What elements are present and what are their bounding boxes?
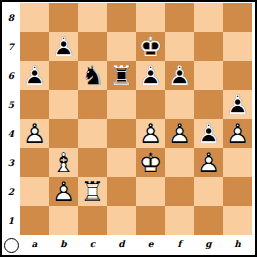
square-d2[interactable] [107, 177, 136, 206]
file-label-e: e [136, 236, 165, 253]
square-e8[interactable] [136, 3, 165, 32]
square-e3[interactable]: ♚♔ [136, 148, 165, 177]
square-h2[interactable] [223, 177, 252, 206]
square-e6[interactable]: ♟♙ [136, 61, 165, 90]
black-rook: ♜♖ [107, 61, 136, 90]
square-g7[interactable] [194, 32, 223, 61]
square-b7[interactable]: ♟♙ [49, 32, 78, 61]
square-e4[interactable]: ♟♙ [136, 119, 165, 148]
square-b1[interactable] [49, 206, 78, 235]
black-pawn: ♟♙ [165, 61, 194, 90]
square-a8[interactable] [20, 3, 49, 32]
rank-label-2: 2 [2, 177, 20, 206]
file-label-f: f [165, 236, 194, 253]
black-pawn: ♟♙ [223, 90, 252, 119]
square-c4[interactable] [78, 119, 107, 148]
square-f6[interactable]: ♟♙ [165, 61, 194, 90]
square-d1[interactable] [107, 206, 136, 235]
square-c5[interactable] [78, 90, 107, 119]
square-a4[interactable]: ♟♙ [20, 119, 49, 148]
square-d3[interactable] [107, 148, 136, 177]
square-g1[interactable] [194, 206, 223, 235]
square-f1[interactable] [165, 206, 194, 235]
white-to-move-indicator [4, 238, 19, 253]
rank-label-1: 1 [2, 206, 20, 235]
square-e5[interactable] [136, 90, 165, 119]
chess-board: ♟♙♚♔♟♙♞♘♜♖♟♙♟♙♟♙♟♙♟♙♟♙♟♙♟♙♝♗♚♔♟♙♟♙♜♖ [20, 3, 252, 235]
square-c3[interactable] [78, 148, 107, 177]
square-h3[interactable] [223, 148, 252, 177]
square-d7[interactable] [107, 32, 136, 61]
square-c6[interactable]: ♞♘ [78, 61, 107, 90]
square-a2[interactable] [20, 177, 49, 206]
black-pawn: ♟♙ [20, 61, 49, 90]
square-f4[interactable]: ♟♙ [165, 119, 194, 148]
black-pawn: ♟♙ [194, 119, 223, 148]
rank-labels: 87654321 [2, 3, 20, 235]
rank-label-8: 8 [2, 3, 20, 32]
square-h4[interactable]: ♟♙ [223, 119, 252, 148]
black-pawn: ♟♙ [49, 32, 78, 61]
rank-label-4: 4 [2, 119, 20, 148]
square-a6[interactable]: ♟♙ [20, 61, 49, 90]
rank-label-7: 7 [2, 32, 20, 61]
chess-diagram: ♟♙♚♔♟♙♞♘♜♖♟♙♟♙♟♙♟♙♟♙♟♙♟♙♟♙♝♗♚♔♟♙♟♙♜♖ 876… [0, 0, 257, 257]
file-label-h: h [223, 236, 252, 253]
square-b3[interactable]: ♝♗ [49, 148, 78, 177]
square-d5[interactable] [107, 90, 136, 119]
square-b2[interactable]: ♟♙ [49, 177, 78, 206]
square-d4[interactable] [107, 119, 136, 148]
square-f8[interactable] [165, 3, 194, 32]
white-pawn: ♟♙ [49, 177, 78, 206]
square-c8[interactable] [78, 3, 107, 32]
square-h5[interactable]: ♟♙ [223, 90, 252, 119]
white-pawn: ♟♙ [165, 119, 194, 148]
square-f5[interactable] [165, 90, 194, 119]
square-h6[interactable] [223, 61, 252, 90]
rank-label-6: 6 [2, 61, 20, 90]
square-e2[interactable] [136, 177, 165, 206]
black-king: ♚♔ [136, 32, 165, 61]
square-e1[interactable] [136, 206, 165, 235]
square-g5[interactable] [194, 90, 223, 119]
white-bishop: ♝♗ [49, 148, 78, 177]
file-label-c: c [78, 236, 107, 253]
square-g6[interactable] [194, 61, 223, 90]
square-a3[interactable] [20, 148, 49, 177]
square-b4[interactable] [49, 119, 78, 148]
square-d8[interactable] [107, 3, 136, 32]
square-g2[interactable] [194, 177, 223, 206]
file-labels: abcdefgh [20, 236, 252, 253]
square-f2[interactable] [165, 177, 194, 206]
square-g8[interactable] [194, 3, 223, 32]
white-pawn: ♟♙ [223, 119, 252, 148]
square-c1[interactable] [78, 206, 107, 235]
square-b8[interactable] [49, 3, 78, 32]
square-c2[interactable]: ♜♖ [78, 177, 107, 206]
white-pawn: ♟♙ [20, 119, 49, 148]
file-label-a: a [20, 236, 49, 253]
square-h1[interactable] [223, 206, 252, 235]
square-a5[interactable] [20, 90, 49, 119]
square-f3[interactable] [165, 148, 194, 177]
white-king: ♚♔ [136, 148, 165, 177]
white-rook: ♜♖ [78, 177, 107, 206]
square-g4[interactable]: ♟♙ [194, 119, 223, 148]
black-pawn: ♟♙ [136, 61, 165, 90]
white-pawn: ♟♙ [136, 119, 165, 148]
white-pawn: ♟♙ [194, 148, 223, 177]
file-label-b: b [49, 236, 78, 253]
square-b6[interactable] [49, 61, 78, 90]
file-label-g: g [194, 236, 223, 253]
square-a1[interactable] [20, 206, 49, 235]
rank-label-3: 3 [2, 148, 20, 177]
black-knight: ♞♘ [78, 61, 107, 90]
square-e7[interactable]: ♚♔ [136, 32, 165, 61]
square-h7[interactable] [223, 32, 252, 61]
file-label-d: d [107, 236, 136, 253]
square-d6[interactable]: ♜♖ [107, 61, 136, 90]
square-g3[interactable]: ♟♙ [194, 148, 223, 177]
square-h8[interactable] [223, 3, 252, 32]
square-a7[interactable] [20, 32, 49, 61]
square-f7[interactable] [165, 32, 194, 61]
square-c7[interactable] [78, 32, 107, 61]
rank-label-5: 5 [2, 90, 20, 119]
square-b5[interactable] [49, 90, 78, 119]
